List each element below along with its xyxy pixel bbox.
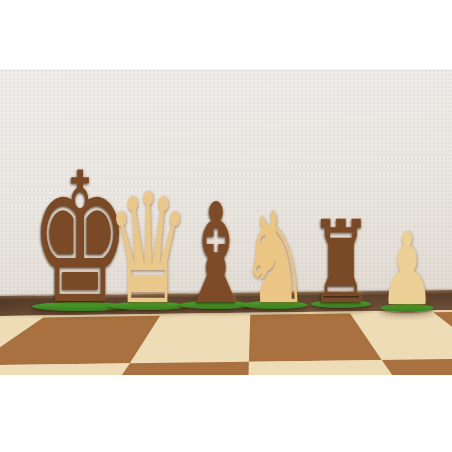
knight-piece[interactable]: ♞ <box>236 196 314 322</box>
board-square <box>0 363 130 375</box>
chess-set-photo: ♚ ♛ ♝ ♞ ♜ ♟ <box>0 69 452 375</box>
top-white-margin <box>0 0 452 69</box>
board-square <box>248 360 406 375</box>
pawn-piece[interactable]: ♟ <box>376 220 438 320</box>
board-square <box>382 358 452 375</box>
bottom-white-margin <box>0 375 452 452</box>
rook-piece[interactable]: ♜ <box>306 206 377 320</box>
